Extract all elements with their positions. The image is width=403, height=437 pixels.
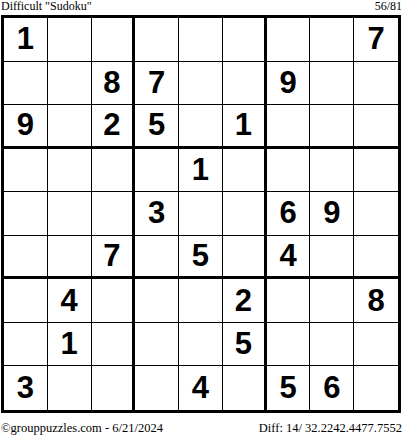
cell-r6c4[interactable] [135, 236, 179, 280]
cell-r6c6[interactable] [223, 236, 267, 280]
cell-r8c3[interactable] [92, 323, 136, 367]
cell-r2c7: 9 [267, 62, 311, 106]
cell-r9c1: 3 [4, 366, 48, 410]
cell-r5c8: 9 [310, 192, 354, 236]
cell-r5c6[interactable] [223, 192, 267, 236]
cell-r3c4: 5 [135, 105, 179, 149]
sudoku-board: 1787992511369754428153456 [1, 15, 401, 413]
cell-r5c7: 6 [267, 192, 311, 236]
cell-r1c8[interactable] [310, 18, 354, 62]
cell-r9c9[interactable] [354, 366, 398, 410]
cell-r9c2[interactable] [48, 366, 92, 410]
cell-r3c8[interactable] [310, 105, 354, 149]
cell-r9c7: 5 [267, 366, 311, 410]
cell-r1c5[interactable] [179, 18, 223, 62]
sudoku-page: Difficult "Sudoku" 56/81 178799251136975… [0, 0, 403, 437]
cell-r4c6[interactable] [223, 149, 267, 193]
cell-r8c7[interactable] [267, 323, 311, 367]
cell-r2c5[interactable] [179, 62, 223, 106]
cell-r2c4: 7 [135, 62, 179, 106]
cell-r7c2: 4 [48, 279, 92, 323]
cell-r5c9[interactable] [354, 192, 398, 236]
cell-r9c8: 6 [310, 366, 354, 410]
cell-r1c2[interactable] [48, 18, 92, 62]
cell-r5c1[interactable] [4, 192, 48, 236]
cell-r6c9[interactable] [354, 236, 398, 280]
cell-r9c5: 4 [179, 366, 223, 410]
cell-r2c9[interactable] [354, 62, 398, 106]
cell-r1c7[interactable] [267, 18, 311, 62]
cell-r7c9: 8 [354, 279, 398, 323]
cell-r7c6: 2 [223, 279, 267, 323]
cell-r6c7: 4 [267, 236, 311, 280]
cell-r7c8[interactable] [310, 279, 354, 323]
cell-r1c1: 1 [4, 18, 48, 62]
cell-r9c6[interactable] [223, 366, 267, 410]
copyright-date-text: ©grouppuzzles.com - 6/21/2024 [1, 422, 163, 435]
cell-r8c4[interactable] [135, 323, 179, 367]
cell-r3c9[interactable] [354, 105, 398, 149]
header: Difficult "Sudoku" 56/81 [1, 0, 402, 14]
empty-cell-counter: 56/81 [375, 0, 402, 13]
cell-r3c3: 2 [92, 105, 136, 149]
cell-r5c4: 3 [135, 192, 179, 236]
cell-r2c3: 8 [92, 62, 136, 106]
cell-r5c2[interactable] [48, 192, 92, 236]
cell-r4c7[interactable] [267, 149, 311, 193]
cell-r1c4[interactable] [135, 18, 179, 62]
cell-r7c5[interactable] [179, 279, 223, 323]
cell-r6c2[interactable] [48, 236, 92, 280]
footer: ©grouppuzzles.com - 6/21/2024 Diff: 14/ … [1, 421, 402, 435]
cell-r1c9: 7 [354, 18, 398, 62]
cell-r8c5[interactable] [179, 323, 223, 367]
difficulty-text: Diff: 14/ 32.2242.4477.7552 [259, 422, 402, 435]
cell-r1c6[interactable] [223, 18, 267, 62]
cell-r3c2[interactable] [48, 105, 92, 149]
cell-r4c5: 1 [179, 149, 223, 193]
cell-r7c3[interactable] [92, 279, 136, 323]
cell-r5c3[interactable] [92, 192, 136, 236]
cell-r6c5: 5 [179, 236, 223, 280]
cell-r2c2[interactable] [48, 62, 92, 106]
cell-r4c3[interactable] [92, 149, 136, 193]
cell-r8c6: 5 [223, 323, 267, 367]
cell-r3c5[interactable] [179, 105, 223, 149]
cell-r3c1: 9 [4, 105, 48, 149]
cell-r1c3[interactable] [92, 18, 136, 62]
cell-r2c1[interactable] [4, 62, 48, 106]
cell-r5c5[interactable] [179, 192, 223, 236]
cell-r6c1[interactable] [4, 236, 48, 280]
cell-r4c4[interactable] [135, 149, 179, 193]
cell-r8c1[interactable] [4, 323, 48, 367]
cell-r2c6[interactable] [223, 62, 267, 106]
cell-r8c2: 1 [48, 323, 92, 367]
cell-r7c7[interactable] [267, 279, 311, 323]
cell-r3c7[interactable] [267, 105, 311, 149]
cell-r7c1[interactable] [4, 279, 48, 323]
cell-r4c2[interactable] [48, 149, 92, 193]
cell-r6c8[interactable] [310, 236, 354, 280]
cell-r9c4[interactable] [135, 366, 179, 410]
cell-r4c8[interactable] [310, 149, 354, 193]
cell-r9c3[interactable] [92, 366, 136, 410]
puzzle-title: Difficult "Sudoku" [1, 0, 92, 13]
cell-r8c8[interactable] [310, 323, 354, 367]
cell-r2c8[interactable] [310, 62, 354, 106]
cell-r4c9[interactable] [354, 149, 398, 193]
cell-r3c6: 1 [223, 105, 267, 149]
cell-r4c1[interactable] [4, 149, 48, 193]
cell-r7c4[interactable] [135, 279, 179, 323]
cell-r6c3: 7 [92, 236, 136, 280]
cell-r8c9[interactable] [354, 323, 398, 367]
